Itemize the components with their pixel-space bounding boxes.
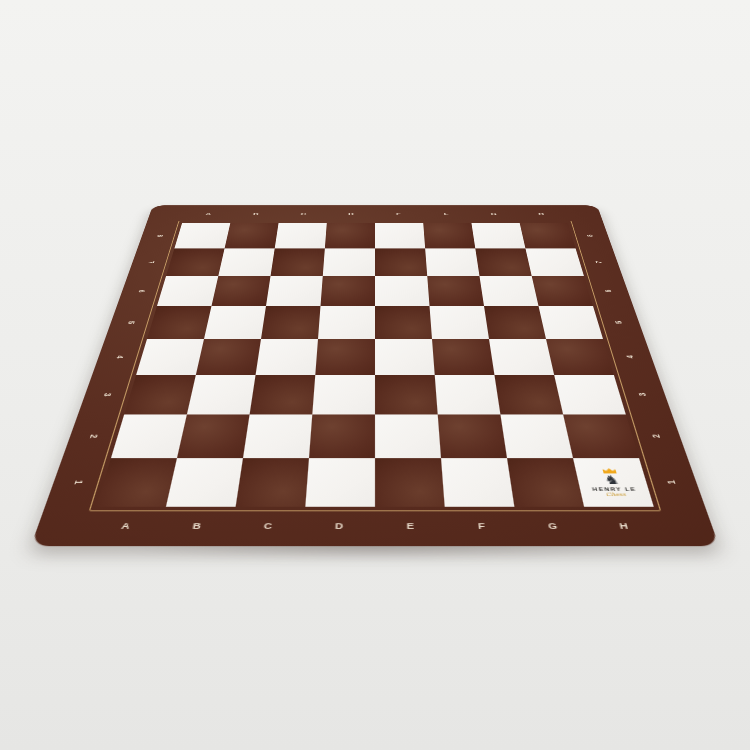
square-f1[interactable]	[441, 458, 514, 507]
square-d5[interactable]	[318, 306, 375, 339]
square-a7[interactable]	[166, 248, 225, 276]
square-c4[interactable]	[256, 339, 318, 375]
square-e8[interactable]	[375, 223, 425, 249]
square-b5[interactable]	[204, 306, 266, 339]
square-a4[interactable]	[136, 339, 204, 375]
file-label-top-d: D	[327, 205, 375, 223]
file-label-bottom-g: G	[514, 507, 593, 546]
square-d2[interactable]	[309, 414, 375, 458]
file-label-top-b: B	[230, 205, 281, 223]
square-g1[interactable]	[507, 458, 584, 507]
square-c7[interactable]	[271, 248, 325, 276]
square-e6[interactable]	[375, 276, 430, 306]
square-b8[interactable]	[225, 223, 279, 249]
square-a6[interactable]	[157, 276, 218, 306]
square-d3[interactable]	[312, 375, 375, 415]
square-b1[interactable]	[166, 458, 243, 507]
square-c2[interactable]	[243, 414, 312, 458]
square-c1[interactable]	[236, 458, 309, 507]
square-f2[interactable]	[438, 414, 507, 458]
square-g6[interactable]	[479, 276, 538, 306]
square-f6[interactable]	[427, 276, 484, 306]
square-d4[interactable]	[315, 339, 375, 375]
photo-background: ♞ HENRY LE Chess ABCDEFGH ABCDEFGH 87654…	[0, 0, 750, 750]
square-d7[interactable]	[323, 248, 375, 276]
square-f5[interactable]	[430, 306, 489, 339]
square-h6[interactable]	[532, 276, 593, 306]
square-c5[interactable]	[261, 306, 320, 339]
file-labels-top: ABCDEFGH	[182, 205, 568, 223]
square-h8[interactable]	[520, 223, 576, 249]
square-c3[interactable]	[250, 375, 316, 415]
file-label-bottom-a: A	[84, 507, 166, 546]
file-label-top-h: H	[516, 205, 568, 223]
square-b4[interactable]	[196, 339, 261, 375]
rank-label-right-8: 8	[568, 223, 613, 249]
file-label-bottom-h: H	[584, 507, 666, 546]
square-e2[interactable]	[375, 414, 441, 458]
square-c6[interactable]	[266, 276, 323, 306]
file-label-bottom-b: B	[157, 507, 236, 546]
chess-board: ♞ HENRY LE Chess	[96, 223, 654, 507]
square-e4[interactable]	[375, 339, 435, 375]
chess-mat: ♞ HENRY LE Chess ABCDEFGH ABCDEFGH 87654…	[31, 205, 719, 546]
square-e7[interactable]	[375, 248, 427, 276]
square-b7[interactable]	[218, 248, 274, 276]
rank-label-left-8: 8	[137, 223, 182, 249]
square-b3[interactable]	[187, 375, 256, 415]
file-label-bottom-d: D	[302, 507, 375, 546]
square-g5[interactable]	[484, 306, 546, 339]
rank-label-right-5: 5	[593, 306, 645, 339]
square-d6[interactable]	[320, 276, 375, 306]
file-label-top-a: A	[182, 205, 234, 223]
square-e3[interactable]	[375, 375, 438, 415]
square-a3[interactable]	[124, 375, 196, 415]
square-d8[interactable]	[325, 223, 375, 249]
square-g7[interactable]	[475, 248, 531, 276]
square-a8[interactable]	[174, 223, 230, 249]
file-label-top-g: G	[469, 205, 520, 223]
square-e5[interactable]	[375, 306, 432, 339]
square-c8[interactable]	[275, 223, 327, 249]
square-a2[interactable]	[111, 414, 187, 458]
square-a5[interactable]	[147, 306, 211, 339]
file-labels-bottom: ABCDEFGH	[84, 507, 665, 546]
square-f8[interactable]	[423, 223, 475, 249]
square-g3[interactable]	[494, 375, 563, 415]
file-label-top-f: F	[422, 205, 472, 223]
file-label-top-c: C	[279, 205, 329, 223]
square-f7[interactable]	[425, 248, 479, 276]
square-f4[interactable]	[432, 339, 494, 375]
square-g8[interactable]	[471, 223, 525, 249]
rank-label-right-6: 6	[584, 276, 633, 306]
file-label-bottom-e: E	[375, 507, 448, 546]
square-e1[interactable]	[375, 458, 445, 507]
square-g2[interactable]	[500, 414, 573, 458]
square-b6[interactable]	[211, 276, 270, 306]
square-d1[interactable]	[305, 458, 375, 507]
square-f3[interactable]	[435, 375, 501, 415]
file-label-bottom-f: F	[445, 507, 521, 546]
file-label-top-e: E	[375, 205, 423, 223]
square-g4[interactable]	[489, 339, 554, 375]
file-label-bottom-c: C	[230, 507, 306, 546]
square-h5[interactable]	[539, 306, 603, 339]
square-b2[interactable]	[177, 414, 250, 458]
square-h7[interactable]	[525, 248, 584, 276]
rank-label-right-7: 7	[576, 248, 623, 276]
